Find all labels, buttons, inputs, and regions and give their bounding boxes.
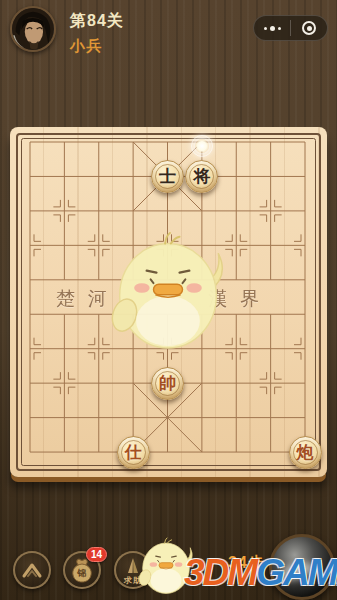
- piece-red-cannon[interactable]: 炮: [289, 436, 322, 469]
- piece-red-advisor[interactable]: 仕: [117, 436, 150, 469]
- player-avatar: [10, 6, 56, 52]
- collapse-button[interactable]: [13, 551, 51, 589]
- more-dots-icon: [264, 26, 281, 31]
- more-button[interactable]: [254, 16, 290, 40]
- piece-black-advisor[interactable]: 士: [151, 160, 184, 193]
- ask-help-label: 求助: [116, 575, 150, 586]
- step-counter: 34步: [228, 553, 265, 574]
- ask-help-button[interactable]: 求助: [114, 551, 152, 589]
- chick-mascot: [110, 225, 226, 353]
- move-highlight-sparkle: [195, 139, 209, 153]
- miniprogram-capsule: [253, 15, 328, 41]
- hint-count-badge: 14: [86, 547, 107, 562]
- target-circle-icon: [302, 21, 316, 35]
- piece-red-general[interactable]: 帥: [151, 367, 184, 400]
- chevron-up-icon: [19, 557, 45, 583]
- exit-button[interactable]: [291, 16, 327, 40]
- level-info: 第84关 小兵: [70, 11, 124, 56]
- level-title: 第84关: [70, 11, 124, 32]
- warrior-portrait-icon: [12, 8, 54, 50]
- dark-stone-orb[interactable]: [269, 534, 335, 600]
- svg-text:锦: 锦: [77, 568, 87, 578]
- praying-hands-icon: [122, 557, 144, 577]
- rank-label: 小兵: [70, 37, 124, 56]
- xiangqi-board[interactable]: 楚河 漢界 士将帥仕炮: [10, 127, 327, 477]
